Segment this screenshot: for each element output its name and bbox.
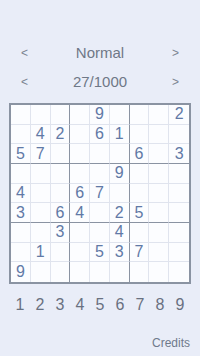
cell-r9c1[interactable]: 9 <box>11 262 31 282</box>
cell-r6c5[interactable] <box>90 203 110 223</box>
numpad-2[interactable]: 2 <box>30 294 50 316</box>
difficulty-label: Normal <box>76 44 124 62</box>
numpad-7[interactable]: 7 <box>130 294 150 316</box>
cell-r5c6[interactable] <box>110 184 130 204</box>
cell-r6c2[interactable] <box>31 203 51 223</box>
sudoku-app: < Normal > < 27/1000 > 92426157639467364… <box>0 0 200 356</box>
cell-r7c8[interactable] <box>149 223 169 243</box>
cell-r1c3[interactable] <box>51 105 71 125</box>
cell-r5c4[interactable]: 6 <box>70 184 90 204</box>
cell-r7c6[interactable]: 4 <box>110 223 130 243</box>
cell-r7c7[interactable] <box>130 223 150 243</box>
cell-r6c9[interactable] <box>169 203 189 223</box>
numpad-1[interactable]: 1 <box>10 294 30 316</box>
numpad-6[interactable]: 6 <box>110 294 130 316</box>
cell-r5c3[interactable] <box>51 184 71 204</box>
numpad-4[interactable]: 4 <box>70 294 90 316</box>
cell-r4c2[interactable] <box>31 164 51 184</box>
cell-r2c5[interactable]: 6 <box>90 125 110 145</box>
cell-r5c8[interactable] <box>149 184 169 204</box>
cell-r3c1[interactable]: 5 <box>11 144 31 164</box>
cell-r5c1[interactable]: 4 <box>11 184 31 204</box>
cell-r7c4[interactable] <box>70 223 90 243</box>
cell-r3c9[interactable]: 3 <box>169 144 189 164</box>
cell-r8c2[interactable]: 1 <box>31 243 51 263</box>
cell-r7c3[interactable]: 3 <box>51 223 71 243</box>
cell-r4c1[interactable] <box>11 164 31 184</box>
credits-link[interactable]: Credits <box>152 336 190 350</box>
cell-r1c6[interactable] <box>110 105 130 125</box>
cell-r2c6[interactable]: 1 <box>110 125 130 145</box>
cell-r3c8[interactable] <box>149 144 169 164</box>
cell-r9c6[interactable] <box>110 262 130 282</box>
cell-r5c5[interactable]: 7 <box>90 184 110 204</box>
cell-r6c7[interactable]: 5 <box>130 203 150 223</box>
cell-r4c3[interactable] <box>51 164 71 184</box>
cell-r2c8[interactable] <box>149 125 169 145</box>
cell-r2c9[interactable] <box>169 125 189 145</box>
level-label: 27/1000 <box>73 73 127 91</box>
number-pad: 123456789 <box>10 294 190 316</box>
cell-r6c8[interactable] <box>149 203 169 223</box>
cell-r6c3[interactable]: 6 <box>51 203 71 223</box>
cell-r6c4[interactable]: 4 <box>70 203 90 223</box>
cell-r4c6[interactable]: 9 <box>110 164 130 184</box>
cell-r9c8[interactable] <box>149 262 169 282</box>
cell-r1c4[interactable] <box>70 105 90 125</box>
cell-r4c5[interactable] <box>90 164 110 184</box>
cell-r8c4[interactable] <box>70 243 90 263</box>
cell-r4c8[interactable] <box>149 164 169 184</box>
cell-r8c5[interactable]: 5 <box>90 243 110 263</box>
level-selector: < 27/1000 > <box>0 73 200 91</box>
cell-r9c4[interactable] <box>70 262 90 282</box>
cell-r9c3[interactable] <box>51 262 71 282</box>
cell-r1c9[interactable]: 2 <box>169 105 189 125</box>
cell-r5c7[interactable] <box>130 184 150 204</box>
cell-r5c2[interactable] <box>31 184 51 204</box>
cell-r8c1[interactable] <box>11 243 31 263</box>
cell-r8c8[interactable] <box>149 243 169 263</box>
cell-r9c7[interactable] <box>130 262 150 282</box>
cell-r1c1[interactable] <box>11 105 31 125</box>
cell-r4c7[interactable] <box>130 164 150 184</box>
numpad-5[interactable]: 5 <box>90 294 110 316</box>
cell-r3c2[interactable]: 7 <box>31 144 51 164</box>
difficulty-prev-button[interactable]: < <box>21 44 28 62</box>
cell-r8c6[interactable]: 3 <box>110 243 130 263</box>
difficulty-selector: < Normal > <box>0 44 200 62</box>
cell-r3c5[interactable] <box>90 144 110 164</box>
cell-r1c2[interactable] <box>31 105 51 125</box>
cell-r8c9[interactable] <box>169 243 189 263</box>
cell-r2c4[interactable] <box>70 125 90 145</box>
cell-r9c9[interactable] <box>169 262 189 282</box>
cell-r6c1[interactable]: 3 <box>11 203 31 223</box>
numpad-3[interactable]: 3 <box>50 294 70 316</box>
cell-r7c2[interactable] <box>31 223 51 243</box>
cell-r9c2[interactable] <box>31 262 51 282</box>
cell-r7c9[interactable] <box>169 223 189 243</box>
cell-r5c9[interactable] <box>169 184 189 204</box>
cell-r9c5[interactable] <box>90 262 110 282</box>
cell-r3c7[interactable]: 6 <box>130 144 150 164</box>
cell-r7c1[interactable] <box>11 223 31 243</box>
level-next-button[interactable]: > <box>172 73 179 91</box>
cell-r3c4[interactable] <box>70 144 90 164</box>
cell-r8c7[interactable]: 7 <box>130 243 150 263</box>
cell-r7c5[interactable] <box>90 223 110 243</box>
cell-r3c6[interactable] <box>110 144 130 164</box>
cell-r2c2[interactable]: 4 <box>31 125 51 145</box>
cell-r4c4[interactable] <box>70 164 90 184</box>
numpad-8[interactable]: 8 <box>150 294 170 316</box>
cell-r6c6[interactable]: 2 <box>110 203 130 223</box>
sudoku-board: 92426157639467364253415379 <box>9 103 191 284</box>
cell-r2c1[interactable] <box>11 125 31 145</box>
cell-r1c8[interactable] <box>149 105 169 125</box>
cell-r4c9[interactable] <box>169 164 189 184</box>
level-prev-button[interactable]: < <box>21 73 28 91</box>
cell-r1c5[interactable]: 9 <box>90 105 110 125</box>
difficulty-next-button[interactable]: > <box>172 44 179 62</box>
numpad-9[interactable]: 9 <box>170 294 190 316</box>
cell-r8c3[interactable] <box>51 243 71 263</box>
cell-r3c3[interactable] <box>51 144 71 164</box>
cell-r2c7[interactable] <box>130 125 150 145</box>
cell-r2c3[interactable]: 2 <box>51 125 71 145</box>
cell-r1c7[interactable] <box>130 105 150 125</box>
